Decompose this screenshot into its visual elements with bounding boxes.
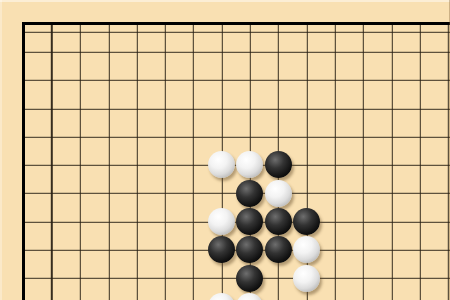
- board-playing-surface[interactable]: [22, 22, 450, 300]
- goban-board-panel: [0, 0, 450, 300]
- panel-left-highlight: [0, 0, 2, 300]
- panel-top-highlight: [0, 0, 450, 2]
